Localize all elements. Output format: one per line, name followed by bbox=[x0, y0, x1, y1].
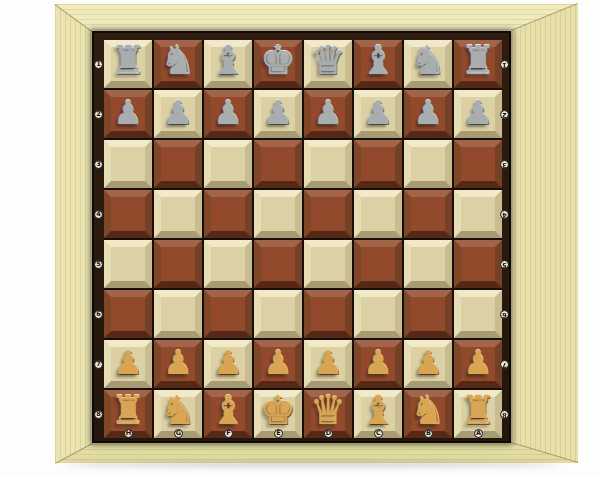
square-h1[interactable]: ♜ bbox=[104, 40, 152, 88]
file-label-bottom-c: C bbox=[374, 429, 383, 438]
square-d5[interactable] bbox=[304, 240, 352, 288]
square-e3[interactable] bbox=[254, 140, 302, 188]
square-e4[interactable] bbox=[254, 190, 302, 238]
file-label-bottom-g: G bbox=[174, 429, 183, 438]
square-c6[interactable] bbox=[354, 290, 402, 338]
rank-label-left-3: 3 bbox=[94, 160, 103, 169]
square-d3[interactable] bbox=[304, 140, 352, 188]
gold-bishop-f8: ♝ bbox=[210, 390, 246, 430]
square-a3[interactable] bbox=[454, 140, 502, 188]
square-b6[interactable] bbox=[404, 290, 452, 338]
square-e1[interactable]: ♚ bbox=[254, 40, 302, 88]
square-g6[interactable] bbox=[154, 290, 202, 338]
square-e7[interactable]: ♟ bbox=[254, 340, 302, 388]
silver-pawn-g2: ♟ bbox=[163, 96, 193, 129]
silver-pawn-f2: ♟ bbox=[213, 96, 243, 129]
rank-label-left-6: 6 bbox=[94, 310, 103, 319]
file-label-bottom-f: F bbox=[224, 429, 233, 438]
square-d2[interactable]: ♟ bbox=[304, 90, 352, 138]
silver-knight-g1: ♞ bbox=[160, 40, 196, 80]
square-f4[interactable] bbox=[204, 190, 252, 238]
square-d7[interactable]: ♟ bbox=[304, 340, 352, 388]
square-d6[interactable] bbox=[304, 290, 352, 338]
square-g2[interactable]: ♟ bbox=[154, 90, 202, 138]
silver-rook-h1: ♜ bbox=[110, 40, 146, 80]
square-b7[interactable]: ♟ bbox=[404, 340, 452, 388]
square-f6[interactable] bbox=[204, 290, 252, 338]
square-f2[interactable]: ♟ bbox=[204, 90, 252, 138]
gold-queen-d8: ♛ bbox=[310, 390, 346, 430]
silver-rook-a1: ♜ bbox=[460, 40, 496, 80]
gold-pawn-f7: ♟ bbox=[213, 346, 243, 379]
rank-label-left-4: 4 bbox=[94, 210, 103, 219]
rank-label-right-1: 1 bbox=[500, 60, 509, 69]
square-a2[interactable]: ♟ bbox=[454, 90, 502, 138]
rank-label-left-7: 7 bbox=[94, 360, 103, 369]
gold-knight-g8: ♞ bbox=[160, 390, 196, 430]
square-c1[interactable]: ♝ bbox=[354, 40, 402, 88]
gold-knight-b8: ♞ bbox=[410, 390, 446, 430]
gold-rook-h8: ♜ bbox=[110, 390, 146, 430]
square-a4[interactable] bbox=[454, 190, 502, 238]
frame-drop-shadow bbox=[62, 461, 560, 467]
squares-grid: ♜♞♝♚♛♝♞♜♟♟♟♟♟♟♟♟♟♟♟♟♟♟♟♟♜♞♝♚♛♝♞♜ bbox=[104, 40, 502, 438]
file-label-bottom-e: E bbox=[274, 429, 283, 438]
chess-set-photo: ♜♞♝♚♛♝♞♜♟♟♟♟♟♟♟♟♟♟♟♟♟♟♟♟♜♞♝♚♛♝♞♜ 1234567… bbox=[0, 0, 600, 477]
silver-pawn-b2: ♟ bbox=[413, 96, 443, 129]
square-d1[interactable]: ♛ bbox=[304, 40, 352, 88]
square-h5[interactable] bbox=[104, 240, 152, 288]
silver-pawn-e2: ♟ bbox=[263, 96, 293, 129]
square-f5[interactable] bbox=[204, 240, 252, 288]
square-g7[interactable]: ♟ bbox=[154, 340, 202, 388]
silver-pawn-h2: ♟ bbox=[113, 96, 143, 129]
silver-knight-b1: ♞ bbox=[410, 40, 446, 80]
chess-board: ♜♞♝♚♛♝♞♜♟♟♟♟♟♟♟♟♟♟♟♟♟♟♟♟♜♞♝♚♛♝♞♜ 1234567… bbox=[92, 31, 511, 443]
square-f3[interactable] bbox=[204, 140, 252, 188]
square-b5[interactable] bbox=[404, 240, 452, 288]
gold-rook-a8: ♜ bbox=[460, 390, 496, 430]
silver-queen-d1: ♛ bbox=[310, 40, 346, 80]
file-label-bottom-b: B bbox=[424, 429, 433, 438]
square-g1[interactable]: ♞ bbox=[154, 40, 202, 88]
rank-label-right-2: 2 bbox=[500, 110, 509, 119]
rank-label-right-4: 4 bbox=[500, 210, 509, 219]
square-b4[interactable] bbox=[404, 190, 452, 238]
rank-label-left-5: 5 bbox=[94, 260, 103, 269]
silver-pawn-a2: ♟ bbox=[463, 96, 493, 129]
square-a1[interactable]: ♜ bbox=[454, 40, 502, 88]
square-e5[interactable] bbox=[254, 240, 302, 288]
square-e6[interactable] bbox=[254, 290, 302, 338]
square-c4[interactable] bbox=[354, 190, 402, 238]
file-label-bottom-a: A bbox=[474, 429, 483, 438]
gold-pawn-c7: ♟ bbox=[363, 346, 393, 379]
square-a7[interactable]: ♟ bbox=[454, 340, 502, 388]
silver-pawn-d2: ♟ bbox=[313, 96, 343, 129]
square-b1[interactable]: ♞ bbox=[404, 40, 452, 88]
rank-label-left-2: 2 bbox=[94, 110, 103, 119]
rank-label-left-8: 8 bbox=[94, 410, 103, 419]
gold-bishop-c8: ♝ bbox=[360, 390, 396, 430]
gold-pawn-h7: ♟ bbox=[113, 346, 143, 379]
file-label-bottom-d: D bbox=[324, 429, 333, 438]
rank-label-left-1: 1 bbox=[94, 60, 103, 69]
rank-label-right-8: 8 bbox=[500, 410, 509, 419]
rank-label-right-7: 7 bbox=[500, 360, 509, 369]
gold-pawn-a7: ♟ bbox=[463, 346, 493, 379]
square-e2[interactable]: ♟ bbox=[254, 90, 302, 138]
square-d4[interactable] bbox=[304, 190, 352, 238]
square-c7[interactable]: ♟ bbox=[354, 340, 402, 388]
square-h4[interactable] bbox=[104, 190, 152, 238]
gold-pawn-e7: ♟ bbox=[263, 346, 293, 379]
file-label-bottom-h: H bbox=[124, 429, 133, 438]
square-h7[interactable]: ♟ bbox=[104, 340, 152, 388]
gold-pawn-b7: ♟ bbox=[413, 346, 443, 379]
square-a6[interactable] bbox=[454, 290, 502, 338]
rank-label-right-6: 6 bbox=[500, 310, 509, 319]
rank-label-right-5: 5 bbox=[500, 260, 509, 269]
square-b3[interactable] bbox=[404, 140, 452, 188]
silver-king-e1: ♚ bbox=[260, 40, 296, 80]
gold-king-e8: ♚ bbox=[260, 390, 296, 430]
silver-bishop-c1: ♝ bbox=[360, 40, 396, 80]
square-h6[interactable] bbox=[104, 290, 152, 338]
rank-label-right-3: 3 bbox=[500, 160, 509, 169]
square-c5[interactable] bbox=[354, 240, 402, 288]
square-g3[interactable] bbox=[154, 140, 202, 188]
silver-pawn-c2: ♟ bbox=[363, 96, 393, 129]
gold-pawn-g7: ♟ bbox=[163, 346, 193, 379]
square-g4[interactable] bbox=[154, 190, 202, 238]
square-c3[interactable] bbox=[354, 140, 402, 188]
square-h3[interactable] bbox=[104, 140, 152, 188]
square-h2[interactable]: ♟ bbox=[104, 90, 152, 138]
square-f7[interactable]: ♟ bbox=[204, 340, 252, 388]
square-a5[interactable] bbox=[454, 240, 502, 288]
gold-pawn-d7: ♟ bbox=[313, 346, 343, 379]
square-c2[interactable]: ♟ bbox=[354, 90, 402, 138]
square-g5[interactable] bbox=[154, 240, 202, 288]
square-f1[interactable]: ♝ bbox=[204, 40, 252, 88]
silver-bishop-f1: ♝ bbox=[210, 40, 246, 80]
square-b2[interactable]: ♟ bbox=[404, 90, 452, 138]
